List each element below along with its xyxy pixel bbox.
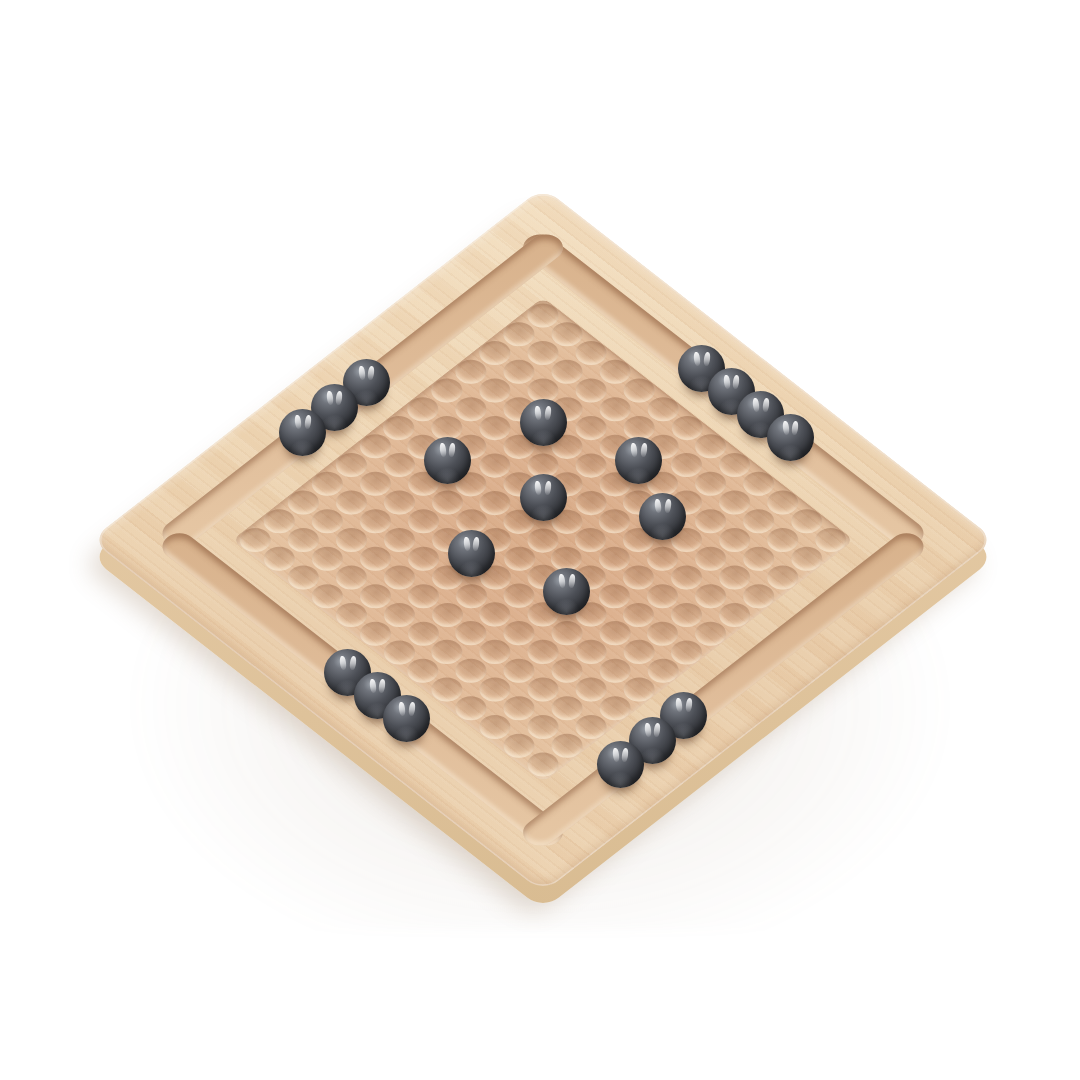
tray-marble-top-right-tray[interactable]: [767, 414, 814, 461]
board-photo: [0, 0, 1080, 1080]
tray-marble-top-left-tray[interactable]: [279, 409, 326, 456]
marble-on-board[interactable]: [615, 437, 662, 484]
marble-on-board[interactable]: [543, 568, 590, 615]
marble-on-board[interactable]: [448, 530, 495, 577]
marble-on-board[interactable]: [520, 474, 567, 521]
tray-marble-bottom-right-tray[interactable]: [597, 741, 644, 788]
marble-on-board[interactable]: [520, 399, 567, 446]
dimple-grid-field: [232, 297, 854, 782]
marble-on-board[interactable]: [639, 493, 686, 540]
marble-on-board[interactable]: [424, 437, 471, 484]
